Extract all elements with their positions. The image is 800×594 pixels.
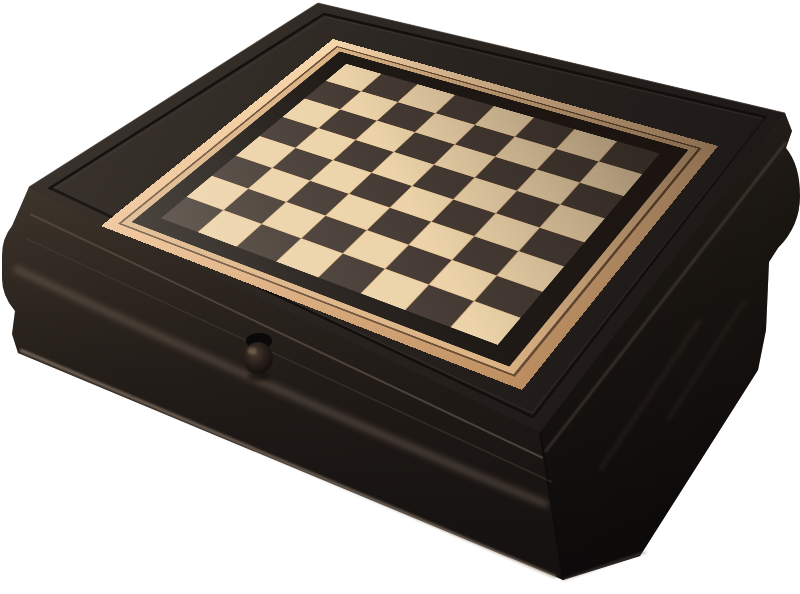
knob-highlight bbox=[248, 348, 257, 355]
product-photo-chess-box bbox=[0, 0, 800, 594]
drawer-knob bbox=[243, 342, 273, 374]
